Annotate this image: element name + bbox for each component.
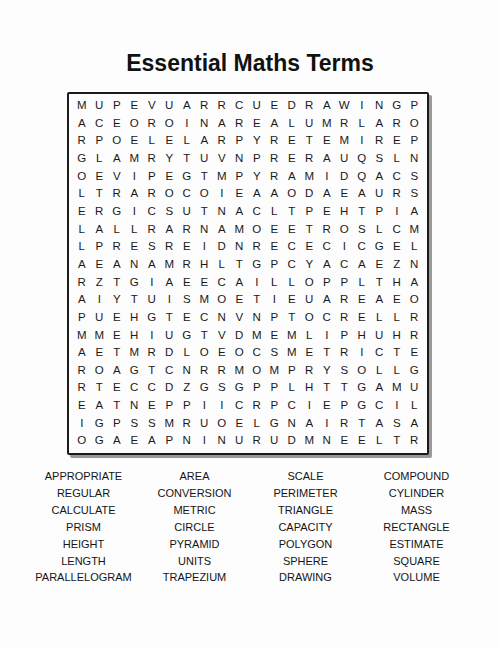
grid-cell: L [283,379,301,397]
grid-cell: A [108,432,126,450]
grid-cell: R [336,415,354,433]
grid-cell: R [213,132,231,150]
grid-cell: O [213,415,231,433]
grid-cell: R [143,344,161,362]
grid-cell: P [178,397,196,415]
grid-cell: C [196,309,214,327]
grid-cell: E [283,150,301,168]
word-column: APPROPRIATEREGULARCALCULATEPRISMHEIGHTLE… [28,468,139,586]
grid-cell: R [318,221,336,239]
grid-cell: O [336,221,354,239]
grid-cell: O [283,185,301,203]
grid-cell: S [406,168,424,186]
word-list: APPROPRIATEREGULARCALCULATEPRISMHEIGHTLE… [28,468,472,586]
grid-cell: O [248,362,266,380]
grid-cell: R [73,362,91,380]
grid-cell: A [353,185,371,203]
grid-cell: I [213,397,231,415]
grid-cell: A [161,221,179,239]
grid-cell: P [73,309,91,327]
grid-cell: A [318,256,336,274]
grid-cell: E [318,397,336,415]
grid-cell: Y [301,256,319,274]
grid-cell: A [108,256,126,274]
grid-cell: A [108,362,126,380]
grid-cell: H [126,309,144,327]
grid-cell: I [143,273,161,291]
grid-cell: E [161,132,179,150]
grid-cell: E [161,168,179,186]
grid-cell: G [91,415,109,433]
grid-cell: R [73,132,91,150]
grid-cell: M [73,97,91,115]
grid-cell: E [178,238,196,256]
grid-cell: O [301,309,319,327]
grid-cell: R [248,238,266,256]
grid-cell: T [248,291,266,309]
word-column: AREACONVERSIONMETRICCIRCLEPYRAMIDUNITSTR… [139,468,250,586]
grid-cell: E [231,415,249,433]
grid-cell: R [388,115,406,133]
grid-cell: H [388,326,406,344]
grid-cell: Q [353,168,371,186]
grid-cell: R [406,309,424,327]
grid-cell: M [283,326,301,344]
grid-cell: N [231,238,249,256]
word-list-item: REGULAR [28,485,139,502]
word-list-item: DRAWING [250,569,361,586]
grid-cell: A [353,256,371,274]
grid-cell: E [283,221,301,239]
grid-cell: C [143,203,161,221]
grid-cell: T [318,344,336,362]
grid-cell: U [301,291,319,309]
grid-cell: M [126,344,144,362]
grid-cell: E [178,309,196,327]
grid-cell: N [283,415,301,433]
grid-cell: A [73,256,91,274]
grid-cell: T [353,415,371,433]
grid-cell: R [213,362,231,380]
grid-cell: W [336,97,354,115]
grid-cell: C [283,397,301,415]
grid-cell: R [196,97,214,115]
grid-cell: A [406,273,424,291]
grid-cell: L [91,150,109,168]
grid-cell: N [213,309,231,327]
grid-cell: L [371,432,389,450]
grid-cell: E [266,326,284,344]
grid-cell: P [248,379,266,397]
grid-cell: G [91,432,109,450]
grid-cell: G [196,379,214,397]
grid-cell: C [248,203,266,221]
grid-cell: R [108,185,126,203]
grid-cell: D [213,238,231,256]
grid-cell: G [126,362,144,380]
grid-cell: M [266,362,284,380]
grid-cell: N [126,397,144,415]
grid-cell: E [126,132,144,150]
grid-cell: S [388,415,406,433]
grid-cell: E [126,97,144,115]
grid-cell: E [108,326,126,344]
grid-cell: A [231,273,249,291]
grid-cell: R [388,185,406,203]
grid-cell: G [406,362,424,380]
grid-cell: P [108,97,126,115]
grid-cell: E [196,273,214,291]
grid-cell: A [301,415,319,433]
grid-cell: L [371,309,389,327]
word-list-item: HEIGHT [28,536,139,553]
grid-cell: Z [388,256,406,274]
grid-cell: T [336,379,354,397]
grid-cell: S [336,362,354,380]
grid-cell: R [301,150,319,168]
grid-cell: R [336,344,354,362]
grid-cell: T [126,291,144,309]
grid-cell: T [196,326,214,344]
grid-cell: E [406,344,424,362]
grid-cell: P [371,203,389,221]
grid-cell: L [388,362,406,380]
grid-cell: M [248,326,266,344]
grid-cell: A [143,256,161,274]
grid-cell: I [318,415,336,433]
grid-cell: I [178,115,196,133]
grid-cell: O [91,362,109,380]
word-list-item: COMPOUND [361,468,472,485]
grid-cell: M [73,326,91,344]
grid-cell: O [73,432,91,450]
grid-cell: R [301,97,319,115]
grid-cell: I [73,415,91,433]
grid-cell: N [371,97,389,115]
grid-cell: I [161,291,179,309]
grid-cell: O [161,115,179,133]
grid-cell: U [371,185,389,203]
grid-cell: D [336,168,354,186]
grid-cell: C [91,115,109,133]
grid-cell: S [213,379,231,397]
grid-cell: I [353,97,371,115]
grid-cell: H [196,256,214,274]
grid-cell: S [126,415,144,433]
grid-cell: E [388,132,406,150]
grid-cell: G [73,150,91,168]
grid-cell: R [336,291,354,309]
word-list-item: SCALE [250,468,361,485]
grid-cell: E [231,291,249,309]
grid-cell: U [196,150,214,168]
grid-cell: T [108,273,126,291]
grid-cell: L [126,221,144,239]
grid-cell: O [248,221,266,239]
grid-cell: U [406,379,424,397]
grid-cell: L [143,132,161,150]
word-list-item: RECTANGLE [361,519,472,536]
grid-cell: C [283,256,301,274]
grid-cell: L [301,326,319,344]
word-column: SCALEPERIMETERTRIANGLECAPACITYPOLYGONSPH… [250,468,361,586]
grid-cell: G [353,397,371,415]
grid-cell: E [266,238,284,256]
grid-cell: H [353,326,371,344]
grid-cell: A [371,415,389,433]
grid-cell: T [371,273,389,291]
grid-cell: E [126,238,144,256]
grid-cell: R [248,397,266,415]
grid-cell: C [143,379,161,397]
grid-cell: E [371,256,389,274]
grid-cell: E [108,379,126,397]
grid-cell: N [178,362,196,380]
grid-cell: E [73,203,91,221]
worksheet-page: Essential Maths Terms MUPEVUARRCUEDRAWIN… [0,0,500,647]
grid-cell: A [196,132,214,150]
word-list-item: MASS [361,502,472,519]
grid-cell: T [231,256,249,274]
grid-cell: O [213,291,231,309]
grid-cell: V [213,150,231,168]
grid-cell: R [266,150,284,168]
grid-cell: R [301,362,319,380]
grid-cell: E [336,185,354,203]
grid-cell: P [248,150,266,168]
grid-cell: A [126,185,144,203]
grid-cell: C [126,379,144,397]
grid-cell: O [196,185,214,203]
grid-cell: R [231,115,249,133]
grid-cell: A [231,203,249,221]
grid-cell: I [143,326,161,344]
grid-cell: R [161,238,179,256]
grid-cell: E [353,309,371,327]
grid-cell: D [161,379,179,397]
grid-cell: P [318,273,336,291]
grid-cell: E [178,273,196,291]
grid-cell: L [248,415,266,433]
grid-cell: P [143,168,161,186]
grid-cell: P [91,132,109,150]
grid-cell: C [231,397,249,415]
grid-cell: A [318,150,336,168]
grid-cell: A [73,344,91,362]
grid-cell: R [266,132,284,150]
grid-cell: T [108,344,126,362]
word-list-item: ESTIMATE [361,536,472,553]
grid-cell: P [406,97,424,115]
grid-cell: E [318,203,336,221]
grid-cell: T [353,203,371,221]
grid-cell: G [371,238,389,256]
grid-cell: D [283,97,301,115]
grid-cell: T [388,432,406,450]
grid-cell: C [231,97,249,115]
grid-cell: E [108,115,126,133]
grid-cell: L [73,221,91,239]
word-list-item: APPROPRIATE [28,468,139,485]
grid-cell: E [266,97,284,115]
grid-cell: M [161,415,179,433]
grid-cell: S [371,150,389,168]
grid-cell: A [213,221,231,239]
grid-cell: N [406,256,424,274]
grid-cell: A [371,115,389,133]
grid-cell: N [318,432,336,450]
grid-cell: T [318,379,336,397]
grid-cell: R [178,415,196,433]
grid-cell: L [371,221,389,239]
grid-cell: R [248,432,266,450]
word-list-item: TRIANGLE [250,502,361,519]
grid-cell: E [353,432,371,450]
grid-cell: E [91,256,109,274]
grid-cell: U [301,115,319,133]
grid-cell: U [336,150,354,168]
grid-cell: E [73,397,91,415]
word-list-item: PERIMETER [250,485,361,502]
grid-cell: I [91,291,109,309]
grid-cell: T [91,185,109,203]
grid-cell: C [353,238,371,256]
grid-cell: S [266,344,284,362]
grid-cell: N [178,432,196,450]
grid-cell: A [143,432,161,450]
grid-cell: O [126,115,144,133]
grid-cell: E [336,432,354,450]
grid-cell: H [336,203,354,221]
word-list-item: CAPACITY [250,519,361,536]
grid-cell: T [196,168,214,186]
grid-cell: I [248,273,266,291]
grid-cell: O [406,291,424,309]
grid-cell: N [196,221,214,239]
word-list-item: TRAPEZIUM [139,569,250,586]
grid-cell: E [266,221,284,239]
grid-cell: R [371,132,389,150]
grid-cell: D [231,326,249,344]
grid-cell: O [196,344,214,362]
grid-cell: S [178,291,196,309]
grid-cell: E [283,132,301,150]
grid-cell: M [336,132,354,150]
word-list-item: AREA [139,468,250,485]
grid-cell: P [91,238,109,256]
grid-cell: R [266,168,284,186]
grid-cell: R [178,256,196,274]
grid-cell: S [353,221,371,239]
word-list-item: CALCULATE [28,502,139,519]
word-list-item: SPHERE [250,553,361,570]
grid-cell: M [231,362,249,380]
grid-cell: L [388,150,406,168]
grid-cell: A [91,221,109,239]
grid-cell: R [336,309,354,327]
grid-cell: G [143,309,161,327]
grid-cell: C [371,397,389,415]
grid-cell: I [388,397,406,415]
grid-cell: O [108,132,126,150]
grid-cell: R [108,238,126,256]
grid-cell: P [231,132,249,150]
grid-cell: P [266,397,284,415]
grid-cell: P [266,309,284,327]
grid-cell: A [406,415,424,433]
grid-cell: L [213,256,231,274]
grid-cell: Z [91,273,109,291]
grid-cell: G [266,415,284,433]
grid-cell: O [406,115,424,133]
grid-cell: A [371,168,389,186]
grid-cell: C [336,256,354,274]
grid-cell: C [388,168,406,186]
grid-cell: L [388,309,406,327]
grid-cell: C [178,185,196,203]
grid-cell: C [318,238,336,256]
grid-cell: M [161,256,179,274]
grid-cell: R [213,97,231,115]
grid-cell: P [161,397,179,415]
grid-cell: I [196,432,214,450]
word-list-item: METRIC [139,502,250,519]
grid-cell: R [143,115,161,133]
grid-cell: R [178,221,196,239]
grid-cell: L [406,238,424,256]
grid-cell: I [353,132,371,150]
word-list-item: PYRAMID [139,536,250,553]
grid-cell: R [73,379,91,397]
grid-cell: A [318,291,336,309]
grid-cell: U [161,97,179,115]
grid-cell: P [406,132,424,150]
grid-cell: A [318,97,336,115]
grid-cell: N [248,309,266,327]
grid-cell: A [161,273,179,291]
grid-cell: M [91,326,109,344]
grid-cell: D [283,432,301,450]
grid-cell: S [161,203,179,221]
grid-cell: O [301,273,319,291]
grid-cell: U [143,291,161,309]
grid-cell: A [248,185,266,203]
grid-cell: D [301,185,319,203]
grid-cell: C [248,344,266,362]
grid-cell: L [108,221,126,239]
grid-cell: N [196,115,214,133]
grid-cell: A [283,168,301,186]
grid-cell: E [143,397,161,415]
grid-cell: U [196,415,214,433]
grid-cell: L [406,397,424,415]
grid-cell: C [213,273,231,291]
grid-cell: G [388,97,406,115]
grid-cell: L [353,273,371,291]
grid-cell: I [353,344,371,362]
grid-cell: L [73,238,91,256]
grid-cell: A [73,291,91,309]
grid-cell: C [371,344,389,362]
grid-cell: E [213,344,231,362]
grid-cell: M [406,221,424,239]
grid-cell: G [231,379,249,397]
grid-cell: I [318,168,336,186]
grid-cell: M [388,379,406,397]
grid-cell: L [283,115,301,133]
grid-cell: I [301,397,319,415]
grid-cell: T [178,150,196,168]
